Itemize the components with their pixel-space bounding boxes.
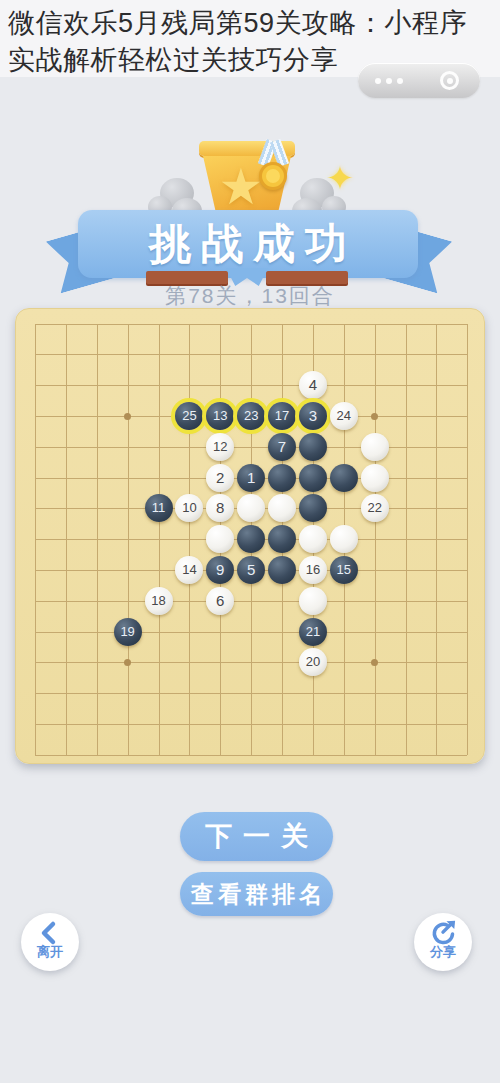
stone-move-24: 24 <box>330 402 358 430</box>
stone-move-14: 14 <box>175 556 203 584</box>
grid-line <box>436 324 437 755</box>
app: 微信欢乐5月残局第59关攻略：小程序实战解析轻松过关技巧分享 ★ ✦ <box>0 0 500 1083</box>
stone-move-8: 8 <box>206 494 234 522</box>
stone <box>268 556 296 584</box>
medal-icon <box>259 162 287 190</box>
stone-move-3: 3 <box>299 402 327 430</box>
stone <box>206 525 234 553</box>
stone-move-23: 23 <box>237 402 265 430</box>
star-point <box>124 659 131 666</box>
stone-move-11: 11 <box>145 494 173 522</box>
stone-move-12: 12 <box>206 433 234 461</box>
grid-line <box>35 755 467 756</box>
sparkle-icon: ✦ <box>326 158 355 198</box>
grid-line <box>35 724 467 725</box>
star-point <box>371 659 378 666</box>
stone-move-19: 19 <box>114 618 142 646</box>
stone <box>361 433 389 461</box>
stone-move-2: 2 <box>206 464 234 492</box>
stone <box>268 494 296 522</box>
stone-move-9: 9 <box>206 556 234 584</box>
stone-move-7: 7 <box>268 433 296 461</box>
capsule-more-button[interactable] <box>358 63 419 98</box>
stone <box>299 587 327 615</box>
next-level-button[interactable]: 下一关 <box>180 812 333 861</box>
banner-title: 挑战成功 <box>78 210 418 278</box>
stone-move-4: 4 <box>299 371 327 399</box>
stone-move-17: 17 <box>268 402 296 430</box>
stone <box>299 433 327 461</box>
share-label: 分享 <box>414 943 472 961</box>
stone <box>299 494 327 522</box>
leave-label: 离开 <box>21 943 79 961</box>
stone-move-22: 22 <box>361 494 389 522</box>
grid-line <box>35 601 467 602</box>
capsule-exit-button[interactable] <box>419 63 480 98</box>
stone-move-20: 20 <box>299 648 327 676</box>
stone-move-21: 21 <box>299 618 327 646</box>
stone <box>361 464 389 492</box>
stone <box>268 525 296 553</box>
stone <box>330 525 358 553</box>
grid-line <box>35 662 467 663</box>
board: 4251323173241272111108221495161518619212… <box>15 308 485 764</box>
stone <box>237 525 265 553</box>
star-point <box>371 413 378 420</box>
stone <box>237 494 265 522</box>
miniprogram-capsule <box>358 63 480 98</box>
stone-move-1: 1 <box>237 464 265 492</box>
stone-move-5: 5 <box>237 556 265 584</box>
leave-button[interactable]: 离开 <box>21 913 79 971</box>
more-dots-icon <box>375 78 403 84</box>
stone-move-15: 15 <box>330 556 358 584</box>
share-button[interactable]: 分享 <box>414 913 472 971</box>
grid-line <box>467 324 468 755</box>
stone-move-13: 13 <box>206 402 234 430</box>
stone <box>330 464 358 492</box>
grid-line <box>406 324 407 755</box>
grid-line <box>35 693 467 694</box>
grid-line <box>375 324 376 755</box>
banner-subtitle: 第78关，13回合 <box>0 282 500 310</box>
stone-move-25: 25 <box>175 402 203 430</box>
stone-move-18: 18 <box>145 587 173 615</box>
star-point <box>124 413 131 420</box>
grid-line <box>35 632 467 633</box>
stone <box>299 525 327 553</box>
stone-move-16: 16 <box>299 556 327 584</box>
stone <box>268 464 296 492</box>
exit-circle-icon <box>440 71 459 90</box>
group-ranking-button[interactable]: 查看群排名 <box>180 872 333 916</box>
stone-move-6: 6 <box>206 587 234 615</box>
stone <box>299 464 327 492</box>
stone-move-10: 10 <box>175 494 203 522</box>
